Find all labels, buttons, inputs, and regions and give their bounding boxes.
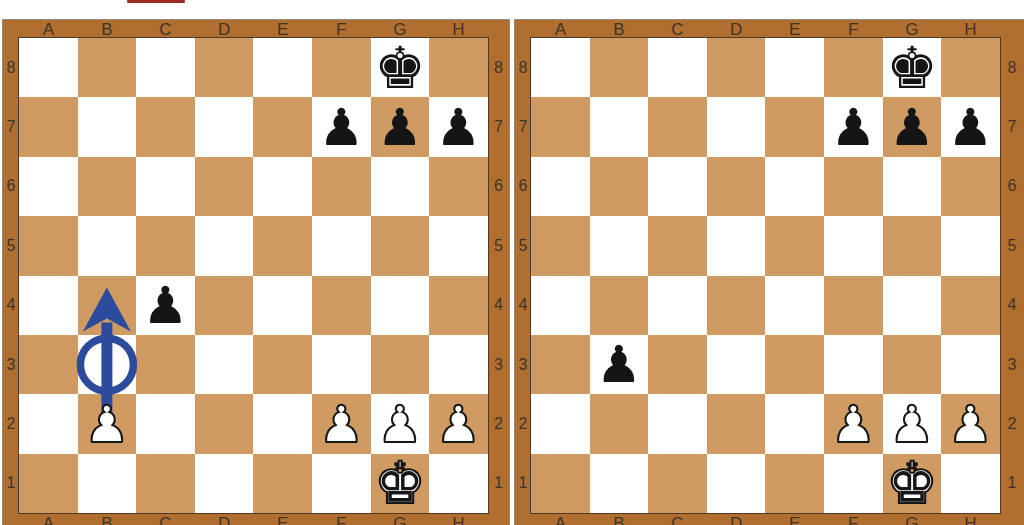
square-a6 xyxy=(19,157,78,216)
file-label-h: H xyxy=(429,513,488,525)
file-label-e: E xyxy=(765,20,824,38)
file-labels-top: ABCDEFGH xyxy=(3,20,509,38)
square-c8 xyxy=(136,38,195,97)
square-e1 xyxy=(253,454,312,513)
square-h6 xyxy=(429,157,488,216)
rank-label-6-right: 6 xyxy=(488,157,509,216)
piece-black-pawn-b3: ♟ xyxy=(590,335,649,394)
chess-board-right: ABCDEFGHABCDEFGH8877665544332211♚♟♟♟♟♟♟♟… xyxy=(515,20,1024,525)
square-a4 xyxy=(19,276,78,335)
piece-black-pawn-f7: ♟ xyxy=(312,97,371,156)
square-c7 xyxy=(136,97,195,156)
square-a5 xyxy=(19,216,78,275)
square-f1 xyxy=(824,454,883,513)
square-b4 xyxy=(78,276,137,335)
square-f3 xyxy=(312,335,371,394)
file-label-h: H xyxy=(941,513,1000,525)
rank-label-2-left: 2 xyxy=(3,394,19,453)
file-label-b: B xyxy=(78,20,137,38)
square-g4 xyxy=(883,276,942,335)
square-b1 xyxy=(590,454,649,513)
square-h5 xyxy=(429,216,488,275)
square-f5 xyxy=(312,216,371,275)
piece-white-pawn-g2: ♟ xyxy=(371,394,430,453)
rank-label-1-right: 1 xyxy=(1000,454,1024,513)
rank-label-4-right: 4 xyxy=(488,276,509,335)
square-e3 xyxy=(253,335,312,394)
file-label-a: A xyxy=(19,20,78,38)
square-g6 xyxy=(371,157,430,216)
piece-black-pawn-f7: ♟ xyxy=(824,97,883,156)
square-a8 xyxy=(19,38,78,97)
square-d7 xyxy=(195,97,254,156)
piece-white-pawn-h2: ♟ xyxy=(429,394,488,453)
file-label-c: C xyxy=(136,20,195,38)
square-b6 xyxy=(590,157,649,216)
piece-white-pawn-f2: ♟ xyxy=(312,394,371,453)
chess-board-left: ABCDEFGHABCDEFGH8877665544332211♚♟♟♟♟♟♟♟… xyxy=(3,20,509,525)
rank-label-4-right: 4 xyxy=(1000,276,1024,335)
square-d8 xyxy=(195,38,254,97)
square-a3 xyxy=(19,335,78,394)
square-h4 xyxy=(429,276,488,335)
rank-label-7-right: 7 xyxy=(1000,97,1024,156)
rank-label-8-left: 8 xyxy=(3,38,19,97)
square-d6 xyxy=(195,157,254,216)
square-c8 xyxy=(648,38,707,97)
square-e8 xyxy=(765,38,824,97)
file-label-f: F xyxy=(824,20,883,38)
square-e2 xyxy=(765,394,824,453)
square-e7 xyxy=(253,97,312,156)
rank-label-5-right: 5 xyxy=(1000,216,1024,275)
square-c5 xyxy=(648,216,707,275)
square-a4 xyxy=(531,276,590,335)
square-d1 xyxy=(707,454,766,513)
piece-white-pawn-b2: ♟ xyxy=(78,394,137,453)
file-label-e: E xyxy=(765,513,824,525)
square-h8 xyxy=(429,38,488,97)
file-label-f: F xyxy=(312,513,371,525)
square-b3 xyxy=(78,335,137,394)
rank-label-6-right: 6 xyxy=(1000,157,1024,216)
square-g6 xyxy=(883,157,942,216)
square-d6 xyxy=(707,157,766,216)
square-a8 xyxy=(531,38,590,97)
file-label-e: E xyxy=(253,513,312,525)
square-e4 xyxy=(253,276,312,335)
file-label-e: E xyxy=(253,20,312,38)
square-c7 xyxy=(648,97,707,156)
rank-label-1-right: 1 xyxy=(488,454,509,513)
square-e4 xyxy=(765,276,824,335)
rank-label-6-left: 6 xyxy=(3,157,19,216)
file-label-b: B xyxy=(590,513,649,525)
rank-label-2-right: 2 xyxy=(488,394,509,453)
rank-label-7-left: 7 xyxy=(3,97,19,156)
file-labels-bottom: ABCDEFGH xyxy=(515,513,1024,525)
square-e5 xyxy=(253,216,312,275)
square-b7 xyxy=(590,97,649,156)
square-f6 xyxy=(824,157,883,216)
piece-black-pawn-g7: ♟ xyxy=(371,97,430,156)
rank-label-5-left: 5 xyxy=(515,216,531,275)
square-a7 xyxy=(531,97,590,156)
rank-label-1-left: 1 xyxy=(515,454,531,513)
file-labels-bottom: ABCDEFGH xyxy=(3,513,509,525)
rank-label-8-right: 8 xyxy=(488,38,509,97)
piece-white-king-g1: ♚ xyxy=(883,454,942,513)
page: ABCDEFGHABCDEFGH8877665544332211♚♟♟♟♟♟♟♟… xyxy=(0,0,1024,525)
square-e3 xyxy=(765,335,824,394)
file-labels-top: ABCDEFGH xyxy=(515,20,1024,38)
square-d1 xyxy=(195,454,254,513)
rank-label-3-left: 3 xyxy=(515,335,531,394)
square-c2 xyxy=(648,394,707,453)
file-label-d: D xyxy=(707,513,766,525)
file-label-b: B xyxy=(78,513,137,525)
file-label-a: A xyxy=(531,20,590,38)
rank-label-4-left: 4 xyxy=(3,276,19,335)
file-label-f: F xyxy=(824,513,883,525)
square-a1 xyxy=(19,454,78,513)
square-d5 xyxy=(195,216,254,275)
square-b1 xyxy=(78,454,137,513)
square-e6 xyxy=(253,157,312,216)
square-h3 xyxy=(941,335,1000,394)
square-d2 xyxy=(707,394,766,453)
square-f4 xyxy=(824,276,883,335)
square-f4 xyxy=(312,276,371,335)
square-b8 xyxy=(590,38,649,97)
square-g4 xyxy=(371,276,430,335)
square-e1 xyxy=(765,454,824,513)
piece-black-pawn-g7: ♟ xyxy=(883,97,942,156)
piece-white-pawn-g2: ♟ xyxy=(883,394,942,453)
square-h5 xyxy=(941,216,1000,275)
square-h3 xyxy=(429,335,488,394)
square-a3 xyxy=(531,335,590,394)
rank-label-3-left: 3 xyxy=(3,335,19,394)
square-h1 xyxy=(429,454,488,513)
square-a2 xyxy=(19,394,78,453)
square-d3 xyxy=(195,335,254,394)
rank-label-6-left: 6 xyxy=(515,157,531,216)
square-b8 xyxy=(78,38,137,97)
square-e2 xyxy=(253,394,312,453)
file-label-h: H xyxy=(941,20,1000,38)
square-d7 xyxy=(707,97,766,156)
rank-label-5-right: 5 xyxy=(488,216,509,275)
square-g5 xyxy=(371,216,430,275)
rank-label-2-right: 2 xyxy=(1000,394,1024,453)
square-b4 xyxy=(590,276,649,335)
file-label-a: A xyxy=(19,513,78,525)
square-d3 xyxy=(707,335,766,394)
piece-white-pawn-f2: ♟ xyxy=(824,394,883,453)
square-b5 xyxy=(78,216,137,275)
square-a6 xyxy=(531,157,590,216)
file-label-b: B xyxy=(590,20,649,38)
square-c1 xyxy=(648,454,707,513)
file-label-c: C xyxy=(648,513,707,525)
file-label-f: F xyxy=(312,20,371,38)
square-e5 xyxy=(765,216,824,275)
square-h6 xyxy=(941,157,1000,216)
square-f8 xyxy=(824,38,883,97)
piece-white-pawn-h2: ♟ xyxy=(941,394,1000,453)
square-a7 xyxy=(19,97,78,156)
piece-white-king-g1: ♚ xyxy=(371,454,430,513)
rank-label-7-left: 7 xyxy=(515,97,531,156)
rank-label-4-left: 4 xyxy=(515,276,531,335)
piece-black-king-g8: ♚ xyxy=(883,38,942,97)
square-c1 xyxy=(136,454,195,513)
square-c4 xyxy=(648,276,707,335)
piece-black-king-g8: ♚ xyxy=(371,38,430,97)
square-c6 xyxy=(136,157,195,216)
square-a2 xyxy=(531,394,590,453)
piece-black-pawn-h7: ♟ xyxy=(941,97,1000,156)
square-d4 xyxy=(707,276,766,335)
square-g3 xyxy=(883,335,942,394)
square-h1 xyxy=(941,454,1000,513)
square-h4 xyxy=(941,276,1000,335)
file-label-a: A xyxy=(531,513,590,525)
cropped-red-text-fragment xyxy=(127,0,185,3)
file-label-d: D xyxy=(195,20,254,38)
square-c3 xyxy=(648,335,707,394)
piece-black-pawn-c4: ♟ xyxy=(136,276,195,335)
rank-label-2-left: 2 xyxy=(515,394,531,453)
square-c6 xyxy=(648,157,707,216)
file-label-d: D xyxy=(707,20,766,38)
square-f6 xyxy=(312,157,371,216)
square-h8 xyxy=(941,38,1000,97)
file-label-c: C xyxy=(648,20,707,38)
square-d4 xyxy=(195,276,254,335)
rank-label-1-left: 1 xyxy=(3,454,19,513)
rank-label-3-right: 3 xyxy=(1000,335,1024,394)
square-f8 xyxy=(312,38,371,97)
square-b2 xyxy=(590,394,649,453)
square-a5 xyxy=(531,216,590,275)
square-d2 xyxy=(195,394,254,453)
square-a1 xyxy=(531,454,590,513)
square-c2 xyxy=(136,394,195,453)
square-d8 xyxy=(707,38,766,97)
square-c5 xyxy=(136,216,195,275)
square-e7 xyxy=(765,97,824,156)
rank-label-5-left: 5 xyxy=(3,216,19,275)
square-g3 xyxy=(371,335,430,394)
square-d5 xyxy=(707,216,766,275)
file-label-d: D xyxy=(195,513,254,525)
rank-label-3-right: 3 xyxy=(488,335,509,394)
rank-label-8-right: 8 xyxy=(1000,38,1024,97)
square-g5 xyxy=(883,216,942,275)
square-b5 xyxy=(590,216,649,275)
square-f3 xyxy=(824,335,883,394)
square-e8 xyxy=(253,38,312,97)
rank-label-7-right: 7 xyxy=(488,97,509,156)
square-e6 xyxy=(765,157,824,216)
square-f1 xyxy=(312,454,371,513)
square-b6 xyxy=(78,157,137,216)
square-b7 xyxy=(78,97,137,156)
rank-label-8-left: 8 xyxy=(515,38,531,97)
square-c3 xyxy=(136,335,195,394)
file-label-h: H xyxy=(429,20,488,38)
piece-black-pawn-h7: ♟ xyxy=(429,97,488,156)
file-label-c: C xyxy=(136,513,195,525)
square-f5 xyxy=(824,216,883,275)
